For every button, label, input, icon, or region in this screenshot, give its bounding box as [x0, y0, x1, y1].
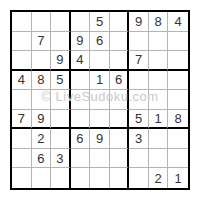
cell-r3c4[interactable]: 4 [71, 51, 91, 71]
cell-r9c5[interactable] [90, 168, 110, 188]
cell-r3c8[interactable] [149, 51, 169, 71]
cell-r4c9[interactable] [168, 71, 188, 91]
cell-r3c9[interactable] [168, 51, 188, 71]
cell-r9c6[interactable] [110, 168, 130, 188]
cell-r9c8[interactable]: 2 [149, 168, 169, 188]
cell-r9c9[interactable]: 1 [168, 168, 188, 188]
cell-r1c2[interactable] [32, 12, 52, 32]
cell-r9c3[interactable] [51, 168, 71, 188]
cell-r7c3[interactable] [51, 129, 71, 149]
cell-r2c6[interactable] [110, 32, 130, 52]
cell-r5c3[interactable] [51, 90, 71, 110]
cell-r1c3[interactable] [51, 12, 71, 32]
cell-r8c3[interactable]: 3 [51, 149, 71, 169]
cell-r3c7[interactable]: 7 [129, 51, 149, 71]
cell-r7c7[interactable]: 3 [129, 129, 149, 149]
cell-r6c4[interactable] [71, 110, 91, 130]
cell-r5c7[interactable] [129, 90, 149, 110]
cell-r4c2[interactable]: 8 [32, 71, 52, 91]
cell-r8c5[interactable] [90, 149, 110, 169]
cell-r5c1[interactable] [12, 90, 32, 110]
cell-r5c6[interactable] [110, 90, 130, 110]
cell-r9c1[interactable] [12, 168, 32, 188]
cell-r8c6[interactable] [110, 149, 130, 169]
cell-r1c9[interactable]: 4 [168, 12, 188, 32]
cell-r6c8[interactable]: 1 [149, 110, 169, 130]
cell-r6c6[interactable] [110, 110, 130, 130]
cell-r2c9[interactable] [168, 32, 188, 52]
cell-r4c7[interactable] [129, 71, 149, 91]
cell-r7c8[interactable] [149, 129, 169, 149]
cell-r7c9[interactable] [168, 129, 188, 149]
cell-r9c4[interactable] [71, 168, 91, 188]
cell-r7c2[interactable]: 2 [32, 129, 52, 149]
cell-r8c7[interactable] [129, 149, 149, 169]
cell-r1c7[interactable]: 9 [129, 12, 149, 32]
cell-r4c4[interactable] [71, 71, 91, 91]
cell-r2c7[interactable] [129, 32, 149, 52]
cell-r6c7[interactable]: 5 [129, 110, 149, 130]
cell-r8c1[interactable] [12, 149, 32, 169]
cell-r4c1[interactable]: 4 [12, 71, 32, 91]
cell-r3c2[interactable] [32, 51, 52, 71]
cell-r9c2[interactable] [32, 168, 52, 188]
cell-r3c3[interactable]: 9 [51, 51, 71, 71]
cell-r6c5[interactable] [90, 110, 110, 130]
cell-r3c6[interactable] [110, 51, 130, 71]
cell-r2c8[interactable] [149, 32, 169, 52]
cell-r6c2[interactable]: 9 [32, 110, 52, 130]
cell-r4c8[interactable] [149, 71, 169, 91]
cell-r4c6[interactable]: 6 [110, 71, 130, 91]
cell-r7c4[interactable]: 6 [71, 129, 91, 149]
cell-r2c4[interactable]: 9 [71, 32, 91, 52]
cell-r1c5[interactable]: 5 [90, 12, 110, 32]
cell-r9c7[interactable] [129, 168, 149, 188]
cell-r5c5[interactable] [90, 90, 110, 110]
cell-r7c6[interactable] [110, 129, 130, 149]
cell-r8c9[interactable] [168, 149, 188, 169]
cell-r1c8[interactable]: 8 [149, 12, 169, 32]
cell-r1c4[interactable] [71, 12, 91, 32]
cell-r2c1[interactable] [12, 32, 32, 52]
cell-r1c1[interactable] [12, 12, 32, 32]
cell-r1c6[interactable] [110, 12, 130, 32]
cell-r8c2[interactable]: 6 [32, 149, 52, 169]
cell-r6c9[interactable]: 8 [168, 110, 188, 130]
cell-r5c2[interactable] [32, 90, 52, 110]
cell-r6c1[interactable]: 7 [12, 110, 32, 130]
cell-r2c3[interactable] [51, 32, 71, 52]
cell-r8c4[interactable] [71, 149, 91, 169]
cell-r2c2[interactable]: 7 [32, 32, 52, 52]
sudoku-board: 5984796947485167951826936321 [10, 10, 190, 190]
cell-r7c1[interactable] [12, 129, 32, 149]
cell-r4c3[interactable]: 5 [51, 71, 71, 91]
cell-r5c9[interactable] [168, 90, 188, 110]
cell-r2c5[interactable]: 6 [90, 32, 110, 52]
cell-r5c8[interactable] [149, 90, 169, 110]
cell-r3c1[interactable] [12, 51, 32, 71]
cell-r8c8[interactable] [149, 149, 169, 169]
cell-r6c3[interactable] [51, 110, 71, 130]
cell-r7c5[interactable]: 9 [90, 129, 110, 149]
cell-r4c5[interactable]: 1 [90, 71, 110, 91]
cell-r5c4[interactable] [71, 90, 91, 110]
cell-r3c5[interactable] [90, 51, 110, 71]
